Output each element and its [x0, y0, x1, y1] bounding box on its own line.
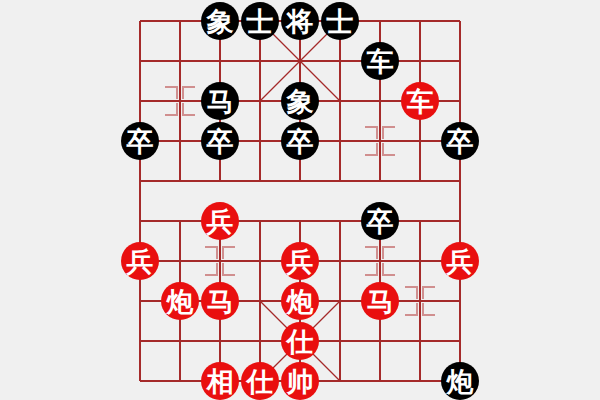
- piece-black-pawn-a[interactable]: 卒: [121, 122, 159, 160]
- marker-corner: [365, 143, 378, 156]
- point-marker: [365, 126, 395, 156]
- marker-corner: [205, 246, 218, 259]
- marker-corner: [382, 263, 395, 276]
- point-marker: [165, 86, 195, 116]
- xiangqi-board[interactable]: 象士将士车马象卒卒卒卒卒炮车兵兵兵兵炮马炮马仕相仕帅: [0, 0, 600, 400]
- piece-black-pawn-b[interactable]: 卒: [201, 122, 239, 160]
- marker-corner: [422, 303, 435, 316]
- piece-red-advisor-raised[interactable]: 仕: [281, 322, 319, 360]
- piece-black-pawn-c[interactable]: 卒: [281, 122, 319, 160]
- piece-red-horse-left[interactable]: 马: [201, 282, 239, 320]
- marker-corner: [405, 303, 418, 316]
- piece-red-chariot[interactable]: 车: [401, 82, 439, 120]
- piece-red-pawn-e[interactable]: 兵: [441, 242, 479, 280]
- point-marker: [405, 286, 435, 316]
- piece-black-pawn-d[interactable]: 卒: [361, 202, 399, 240]
- marker-corner: [365, 126, 378, 139]
- marker-corner: [405, 286, 418, 299]
- piece-black-elephant-left[interactable]: 象: [201, 2, 239, 40]
- piece-black-general[interactable]: 将: [281, 2, 319, 40]
- marker-corner: [182, 86, 195, 99]
- point-marker: [205, 246, 235, 276]
- marker-corner: [422, 286, 435, 299]
- piece-red-pawn-c[interactable]: 兵: [281, 242, 319, 280]
- piece-red-elephant[interactable]: 相: [201, 362, 239, 400]
- piece-black-chariot[interactable]: 车: [361, 42, 399, 80]
- piece-black-advisor-right[interactable]: 士: [321, 2, 359, 40]
- marker-corner: [365, 246, 378, 259]
- piece-black-pawn-e[interactable]: 卒: [441, 122, 479, 160]
- marker-corner: [222, 246, 235, 259]
- point-marker: [365, 246, 395, 276]
- marker-corner: [165, 86, 178, 99]
- piece-red-advisor[interactable]: 仕: [241, 362, 279, 400]
- marker-corner: [182, 103, 195, 116]
- piece-red-cannon-right[interactable]: 炮: [281, 282, 319, 320]
- piece-black-cannon[interactable]: 炮: [441, 362, 479, 400]
- marker-corner: [165, 103, 178, 116]
- piece-red-pawn-a[interactable]: 兵: [121, 242, 159, 280]
- piece-red-horse-right[interactable]: 马: [361, 282, 399, 320]
- marker-corner: [205, 263, 218, 276]
- piece-red-pawn-b[interactable]: 兵: [201, 202, 239, 240]
- marker-corner: [222, 263, 235, 276]
- piece-black-elephant-right[interactable]: 象: [281, 82, 319, 120]
- piece-black-advisor-left[interactable]: 士: [241, 2, 279, 40]
- piece-red-cannon-left[interactable]: 炮: [161, 282, 199, 320]
- piece-red-general[interactable]: 帅: [281, 362, 319, 400]
- marker-corner: [382, 126, 395, 139]
- piece-black-horse[interactable]: 马: [201, 82, 239, 120]
- marker-corner: [382, 143, 395, 156]
- marker-corner: [365, 263, 378, 276]
- marker-corner: [382, 246, 395, 259]
